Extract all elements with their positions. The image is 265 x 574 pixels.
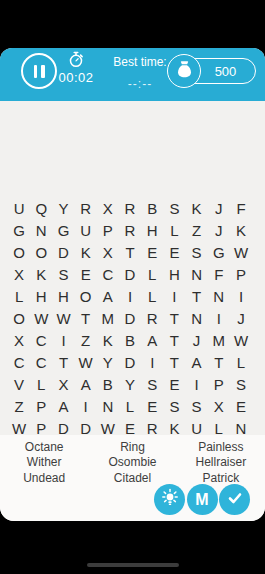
grid-cell[interactable]: C: [30, 329, 52, 351]
grid-cell[interactable]: E: [163, 373, 185, 395]
grid-cell[interactable]: E: [230, 395, 252, 417]
word-list-item: Octane: [0, 439, 88, 455]
grid-cell[interactable]: B: [119, 329, 141, 351]
word-list-item: Hellraiser: [177, 455, 265, 471]
word-list-item: Painless: [177, 439, 265, 455]
grid-cell[interactable]: J: [186, 329, 208, 351]
grid-cell[interactable]: P: [97, 219, 119, 241]
grid-cell[interactable]: D: [119, 263, 141, 285]
letter-grid: UQYRXRBSKJFGNGUPRHLZJKOODKXTEESGWXKSECDL…: [8, 197, 252, 439]
grid-cell[interactable]: O: [8, 241, 30, 263]
grid-cell[interactable]: Z: [8, 395, 30, 417]
best-time-value: --:--: [106, 77, 174, 91]
grid-cell[interactable]: S: [186, 395, 208, 417]
grid-cell[interactable]: O: [30, 241, 52, 263]
coins-value: 500: [199, 64, 237, 79]
grid-cell[interactable]: L: [8, 285, 30, 307]
grid-cell[interactable]: L: [30, 373, 52, 395]
grid-cell[interactable]: F: [230, 197, 252, 219]
stopwatch-icon: [50, 51, 102, 68]
grid-cell[interactable]: G: [52, 219, 74, 241]
grid-cell[interactable]: T: [52, 351, 74, 373]
grid-cell[interactable]: N: [97, 395, 119, 417]
grid-cell[interactable]: U: [75, 219, 97, 241]
grid-cell[interactable]: B: [97, 373, 119, 395]
grid-cell[interactable]: X: [8, 263, 30, 285]
grid-cell[interactable]: R: [141, 307, 163, 329]
coins-button[interactable]: 500: [167, 53, 259, 89]
grid-cell[interactable]: P: [230, 263, 252, 285]
grid-cell[interactable]: G: [8, 219, 30, 241]
grid-cell[interactable]: S: [141, 373, 163, 395]
grid-cell[interactable]: E: [141, 241, 163, 263]
home-indicator[interactable]: [87, 563, 179, 567]
grid-cell[interactable]: S: [186, 241, 208, 263]
grid-cell[interactable]: A: [97, 285, 119, 307]
grid-cell[interactable]: N: [186, 263, 208, 285]
grid-cell[interactable]: F: [208, 263, 230, 285]
grid-cell[interactable]: T: [186, 285, 208, 307]
magnet-button[interactable]: M: [187, 484, 218, 515]
grid-cell[interactable]: C: [8, 351, 30, 373]
grid-cell[interactable]: I: [75, 395, 97, 417]
grid-cell[interactable]: E: [75, 263, 97, 285]
grid-cell[interactable]: S: [163, 395, 185, 417]
grid-cell[interactable]: S: [52, 263, 74, 285]
grid-cell[interactable]: Y: [52, 197, 74, 219]
grid-cell[interactable]: N: [186, 307, 208, 329]
grid-cell[interactable]: J: [208, 197, 230, 219]
grid-cell[interactable]: T: [75, 307, 97, 329]
grid-cell[interactable]: T: [208, 351, 230, 373]
grid-cell[interactable]: L: [163, 219, 185, 241]
grid-cell[interactable]: L: [141, 263, 163, 285]
grid-cell[interactable]: D: [119, 351, 141, 373]
grid-cell[interactable]: B: [141, 197, 163, 219]
grid-cell[interactable]: W: [52, 307, 74, 329]
word-list-item: Ring: [88, 439, 176, 455]
grid-cell[interactable]: A: [141, 329, 163, 351]
grid-cell[interactable]: I: [119, 285, 141, 307]
hint-button[interactable]: [154, 484, 185, 515]
grid-cell[interactable]: A: [52, 395, 74, 417]
grid-cell[interactable]: E: [163, 241, 185, 263]
grid-cell[interactable]: E: [141, 395, 163, 417]
grid-cell[interactable]: L: [230, 351, 252, 373]
grid-cell[interactable]: M: [208, 329, 230, 351]
word-list-item: Undead: [0, 470, 88, 486]
grid-cell[interactable]: W: [30, 307, 52, 329]
check-button[interactable]: [219, 484, 250, 515]
app-screen: 00:02 Best time: --:-- 500 UQYRXRBSKJFGN…: [0, 48, 265, 521]
grid-cell[interactable]: M: [97, 307, 119, 329]
grid-cell[interactable]: O: [75, 285, 97, 307]
timer-block: 00:02: [50, 51, 102, 85]
check-icon: [226, 489, 244, 510]
grid-cell[interactable]: Q: [30, 197, 52, 219]
grid-cell[interactable]: I: [52, 329, 74, 351]
grid-cell[interactable]: A: [186, 351, 208, 373]
grid-cell[interactable]: I: [163, 285, 185, 307]
grid-cell[interactable]: V: [8, 373, 30, 395]
grid-cell[interactable]: H: [52, 285, 74, 307]
grid-cell[interactable]: U: [8, 197, 30, 219]
letter-m-icon: M: [195, 492, 208, 508]
grid-cell[interactable]: L: [141, 285, 163, 307]
grid-cell[interactable]: R: [119, 219, 141, 241]
grid-cell[interactable]: L: [119, 395, 141, 417]
grid-cell[interactable]: W: [75, 351, 97, 373]
grid-cell[interactable]: S: [230, 373, 252, 395]
grid-cell[interactable]: R: [119, 197, 141, 219]
grid-cell[interactable]: I: [141, 351, 163, 373]
action-buttons: M: [154, 484, 250, 515]
grid-cell[interactable]: J: [230, 307, 252, 329]
grid-cell[interactable]: J: [208, 219, 230, 241]
grid-cell[interactable]: D: [119, 307, 141, 329]
grid-cell[interactable]: W: [230, 241, 252, 263]
pause-icon: [34, 65, 45, 78]
word-list-panel: OctaneRingPainlessWitherOsombieHellraise…: [0, 435, 265, 521]
grid-cell[interactable]: K: [30, 263, 52, 285]
grid-cell[interactable]: H: [163, 263, 185, 285]
grid-cell[interactable]: N: [30, 219, 52, 241]
grid-cell[interactable]: C: [30, 351, 52, 373]
grid-cell[interactable]: C: [97, 263, 119, 285]
best-time-label: Best time:: [106, 55, 174, 69]
word-list: OctaneRingPainlessWitherOsombieHellraise…: [0, 439, 265, 486]
grid-cell[interactable]: Y: [97, 351, 119, 373]
grid-cell[interactable]: T: [163, 329, 185, 351]
grid-cell[interactable]: H: [30, 285, 52, 307]
grid-cell[interactable]: P: [30, 395, 52, 417]
grid-cell[interactable]: N: [208, 285, 230, 307]
header-bar: 00:02 Best time: --:-- 500: [0, 48, 265, 101]
grid-cell[interactable]: W: [230, 329, 252, 351]
grid-cell[interactable]: K: [75, 241, 97, 263]
grid-cell[interactable]: T: [163, 307, 185, 329]
grid-cell[interactable]: Z: [186, 219, 208, 241]
grid-cell[interactable]: K: [230, 219, 252, 241]
grid-cell[interactable]: Y: [119, 373, 141, 395]
grid-cell[interactable]: H: [141, 219, 163, 241]
grid-cell[interactable]: K: [97, 329, 119, 351]
grid-cell[interactable]: R: [75, 197, 97, 219]
coins-circle: [167, 54, 201, 88]
grid-cell[interactable]: X: [97, 241, 119, 263]
hint-lightbulb-icon: [160, 488, 180, 511]
moneybag-icon: [175, 60, 194, 83]
grid-cell[interactable]: O: [8, 307, 30, 329]
timer-value: 00:02: [50, 70, 102, 85]
grid-cell[interactable]: S: [163, 197, 185, 219]
best-time-block: Best time: --:--: [106, 55, 174, 91]
grid-cell[interactable]: I: [186, 373, 208, 395]
grid-cell[interactable]: I: [230, 285, 252, 307]
grid-cell[interactable]: X: [97, 197, 119, 219]
grid-cell[interactable]: I: [208, 307, 230, 329]
grid-cell[interactable]: K: [186, 197, 208, 219]
grid-cell[interactable]: X: [208, 395, 230, 417]
grid-cell[interactable]: Z: [75, 329, 97, 351]
grid-cell[interactable]: T: [163, 351, 185, 373]
grid-cell[interactable]: G: [208, 241, 230, 263]
grid-cell[interactable]: T: [119, 241, 141, 263]
word-list-item: Osombie: [88, 455, 176, 471]
word-list-item: Wither: [0, 455, 88, 471]
grid-cell[interactable]: D: [52, 241, 74, 263]
grid-cell[interactable]: X: [52, 373, 74, 395]
grid-cell[interactable]: X: [8, 329, 30, 351]
grid-cell[interactable]: P: [208, 373, 230, 395]
grid-cell[interactable]: A: [75, 373, 97, 395]
